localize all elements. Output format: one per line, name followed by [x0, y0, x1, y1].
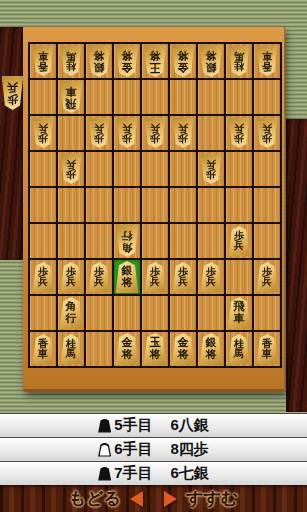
- board-cell-3五: [198, 188, 224, 222]
- board-cell-6三: 歩兵: [114, 116, 140, 150]
- board-cell-2三: 歩兵: [226, 116, 252, 150]
- piece-gote-歩兵: 歩兵: [200, 154, 222, 184]
- board-cell-4三: 歩兵: [170, 116, 196, 150]
- piece-sente-玉将: 玉将: [143, 333, 167, 365]
- move-list: 5手目6八銀6手目8四歩7手目6七銀: [0, 413, 307, 486]
- piece-gote-歩兵: 歩兵: [172, 118, 194, 148]
- piece-gote-歩兵: 歩兵: [144, 118, 166, 148]
- board-cell-7三: 歩兵: [86, 116, 112, 150]
- board-cell-3六: [198, 224, 224, 258]
- board-cell-1九: 香車: [254, 332, 280, 366]
- move-text: 6八銀: [171, 416, 209, 435]
- piece-gote-歩兵: 歩兵: [32, 118, 54, 148]
- piece-sente-金将: 金将: [171, 333, 195, 365]
- board-cell-7九: [86, 332, 112, 366]
- board-cell-7二: [86, 80, 112, 114]
- board-cell-5九: 玉将: [142, 332, 168, 366]
- board-cell-4二: [170, 80, 196, 114]
- forward-button-label: すすむ: [186, 487, 238, 510]
- piece-gote-王将: 王将: [143, 45, 167, 77]
- piece-gote-歩兵: 歩兵: [1, 76, 24, 110]
- piece-gote-香車: 香車: [32, 46, 54, 76]
- piece-sente-歩兵: 歩兵: [60, 262, 82, 292]
- replay-nav-bar: もどる すすむ: [0, 485, 307, 512]
- board-cell-5六: [142, 224, 168, 258]
- piece-sente-香車: 香車: [32, 334, 54, 364]
- board-cell-4一: 金将: [170, 44, 196, 78]
- piece-gote-銀将: 銀将: [87, 45, 111, 77]
- piece-gote-角行: 角行: [115, 225, 139, 257]
- board-cell-4八: [170, 296, 196, 330]
- board-cell-4六: [170, 224, 196, 258]
- piece-sente-飛車: 飛車: [227, 297, 251, 329]
- board-cell-1八: [254, 296, 280, 330]
- board-cell-8五: [58, 188, 84, 222]
- board-cell-2七: [226, 260, 252, 294]
- board-cell-5四: [142, 152, 168, 186]
- board-cell-1五: [254, 188, 280, 222]
- piece-sente-歩兵: 歩兵: [172, 262, 194, 292]
- board-cell-9二: [30, 80, 56, 114]
- piece-sente-銀将: 銀将: [199, 333, 223, 365]
- sente-piece-stand: [286, 119, 307, 412]
- board-grid: 香車桂馬銀将金将王将金将銀将桂馬香車飛車歩兵歩兵歩兵歩兵歩兵歩兵歩兵歩兵歩兵角行…: [28, 42, 282, 368]
- board-cell-6九: 金将: [114, 332, 140, 366]
- board-cell-7五: [86, 188, 112, 222]
- board-cell-6八: [114, 296, 140, 330]
- board-cell-2八: 飛車: [226, 296, 252, 330]
- piece-sente-香車: 香車: [256, 334, 278, 364]
- move-number: 7手目: [114, 464, 152, 483]
- piece-sente-歩兵: 歩兵: [144, 262, 166, 292]
- board-cell-5三: 歩兵: [142, 116, 168, 150]
- move-text: 8四歩: [171, 440, 209, 459]
- board-cell-9一: 香車: [30, 44, 56, 78]
- board-cell-1二: [254, 80, 280, 114]
- piece-gote-香車: 香車: [256, 46, 278, 76]
- piece-gote-金将: 金将: [115, 45, 139, 77]
- board-cell-3八: [198, 296, 224, 330]
- board-cell-7八: [86, 296, 112, 330]
- piece-sente-桂馬: 桂馬: [60, 334, 82, 364]
- board-cell-1四: [254, 152, 280, 186]
- board-cell-1一: 香車: [254, 44, 280, 78]
- board-cell-4九: 金将: [170, 332, 196, 366]
- board-cell-2一: 桂馬: [226, 44, 252, 78]
- board-cell-2六: 歩兵: [226, 224, 252, 258]
- board-cell-5七: 歩兵: [142, 260, 168, 294]
- board-cell-7七: 歩兵: [86, 260, 112, 294]
- piece-sente-歩兵: 歩兵: [228, 226, 250, 256]
- board-cell-4四: [170, 152, 196, 186]
- board-cell-8六: [58, 224, 84, 258]
- piece-sente-銀将: 銀将: [115, 261, 139, 293]
- piece-gote-歩兵: 歩兵: [88, 118, 110, 148]
- board-cell-3四: 歩兵: [198, 152, 224, 186]
- piece-sente-角行: 角行: [59, 297, 83, 329]
- board-cell-6一: 金将: [114, 44, 140, 78]
- sente-piece-icon: [98, 419, 111, 433]
- move-row-7手目[interactable]: 7手目6七銀: [0, 462, 307, 486]
- forward-button[interactable]: すすむ: [164, 487, 238, 510]
- board-cell-3九: 銀将: [198, 332, 224, 366]
- piece-sente-歩兵: 歩兵: [32, 262, 54, 292]
- board-cell-9三: 歩兵: [30, 116, 56, 150]
- piece-sente-歩兵: 歩兵: [200, 262, 222, 292]
- board-cell-6五: [114, 188, 140, 222]
- shogi-board: 香車桂馬銀将金将王将金将銀将桂馬香車飛車歩兵歩兵歩兵歩兵歩兵歩兵歩兵歩兵歩兵角行…: [23, 27, 285, 392]
- board-cell-2四: [226, 152, 252, 186]
- board-cell-9八: [30, 296, 56, 330]
- piece-gote-歩兵: 歩兵: [228, 118, 250, 148]
- board-cell-5八: [142, 296, 168, 330]
- board-cell-9五: [30, 188, 56, 222]
- board-cell-9四: [30, 152, 56, 186]
- board-cell-7一: 銀将: [86, 44, 112, 78]
- piece-gote-銀将: 銀将: [199, 45, 223, 77]
- board-cell-4五: [170, 188, 196, 222]
- board-cell-9六: [30, 224, 56, 258]
- piece-gote-歩兵: 歩兵: [256, 118, 278, 148]
- piece-sente-歩兵: 歩兵: [256, 262, 278, 292]
- move-number: 5手目: [114, 416, 152, 435]
- board-cell-6六: 角行: [114, 224, 140, 258]
- app-screen: 歩兵 香車桂馬銀将金将王将金将銀将桂馬香車飛車歩兵歩兵歩兵歩兵歩兵歩兵歩兵歩兵歩…: [0, 0, 307, 512]
- gote-piece-icon: [98, 443, 111, 457]
- piece-gote-飛車: 飛車: [59, 81, 83, 113]
- piece-gote-歩兵: 歩兵: [116, 118, 138, 148]
- back-arrow-icon[interactable]: [130, 491, 143, 507]
- board-cell-7四: [86, 152, 112, 186]
- piece-sente-歩兵: 歩兵: [88, 262, 110, 292]
- board-cell-3二: [198, 80, 224, 114]
- piece-gote-桂馬: 桂馬: [228, 46, 250, 76]
- piece-sente-桂馬: 桂馬: [228, 334, 250, 364]
- piece-sente-金将: 金将: [115, 333, 139, 365]
- board-cell-9七: 歩兵: [30, 260, 56, 294]
- board-cell-6二: [114, 80, 140, 114]
- board-cell-4七: 歩兵: [170, 260, 196, 294]
- board-cell-8一: 桂馬: [58, 44, 84, 78]
- board-cell-2九: 桂馬: [226, 332, 252, 366]
- back-button-label: もどる: [69, 487, 121, 510]
- forward-arrow-icon[interactable]: [164, 491, 177, 507]
- board-cell-5二: [142, 80, 168, 114]
- board-cell-8二: 飛車: [58, 80, 84, 114]
- board-cell-2二: [226, 80, 252, 114]
- gote-piece-stand: 歩兵: [0, 27, 23, 260]
- move-row-6手目[interactable]: 6手目8四歩: [0, 438, 307, 462]
- board-cell-3七: 歩兵: [198, 260, 224, 294]
- board-cell-7六: [86, 224, 112, 258]
- piece-gote-桂馬: 桂馬: [60, 46, 82, 76]
- board-cell-1七: 歩兵: [254, 260, 280, 294]
- board-cell-5一: 王将: [142, 44, 168, 78]
- board-cell-9九: 香車: [30, 332, 56, 366]
- board-cell-3一: 銀将: [198, 44, 224, 78]
- move-number: 6手目: [114, 440, 152, 459]
- gote-hand: 歩兵: [1, 76, 24, 110]
- board-cell-1六: [254, 224, 280, 258]
- move-row-5手目[interactable]: 5手目6八銀: [0, 413, 307, 438]
- board-cell-1三: 歩兵: [254, 116, 280, 150]
- board-cell-8三: [58, 116, 84, 150]
- move-text: 6七銀: [171, 464, 209, 483]
- board-cell-6七: 銀将: [114, 260, 140, 294]
- board-cell-8四: 歩兵: [58, 152, 84, 186]
- board-cell-3三: [198, 116, 224, 150]
- board-cell-5五: [142, 188, 168, 222]
- piece-gote-金将: 金将: [171, 45, 195, 77]
- sente-piece-icon: [98, 467, 111, 481]
- board-cell-6四: [114, 152, 140, 186]
- board-cell-8九: 桂馬: [58, 332, 84, 366]
- back-button[interactable]: もどる: [69, 487, 143, 510]
- piece-gote-歩兵: 歩兵: [60, 154, 82, 184]
- board-cell-8八: 角行: [58, 296, 84, 330]
- board-cell-2五: [226, 188, 252, 222]
- board-cell-8七: 歩兵: [58, 260, 84, 294]
